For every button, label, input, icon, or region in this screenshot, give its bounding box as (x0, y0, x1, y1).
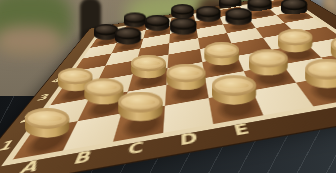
background-wall-left (0, 26, 62, 56)
piece-light-e1[interactable] (212, 75, 256, 105)
piece-light-e3[interactable] (204, 42, 239, 65)
piece-light-c3[interactable] (131, 54, 166, 77)
piece-light-h2[interactable] (331, 34, 336, 60)
piece-light-f2[interactable] (249, 49, 288, 75)
file-label-d: D (180, 129, 199, 148)
checkers-board-scene: ABCDE1234 (0, 0, 336, 173)
piece-dark-b8[interactable] (124, 12, 147, 27)
piece-dark-f6[interactable] (225, 7, 251, 25)
piece-dark-d8[interactable] (171, 4, 194, 19)
piece-dark-b6[interactable] (115, 27, 141, 45)
piece-dark-d6[interactable] (170, 17, 196, 35)
piece-light-g1[interactable] (305, 58, 336, 88)
piece-light-d2[interactable] (166, 63, 205, 89)
piece-dark-e7[interactable] (196, 5, 220, 21)
piece-light-c1[interactable] (118, 91, 162, 121)
file-label-c: C (126, 138, 145, 157)
piece-light-a1[interactable] (25, 108, 69, 138)
piece-dark-h6[interactable] (281, 0, 307, 15)
piece-dark-c7[interactable] (145, 14, 169, 30)
